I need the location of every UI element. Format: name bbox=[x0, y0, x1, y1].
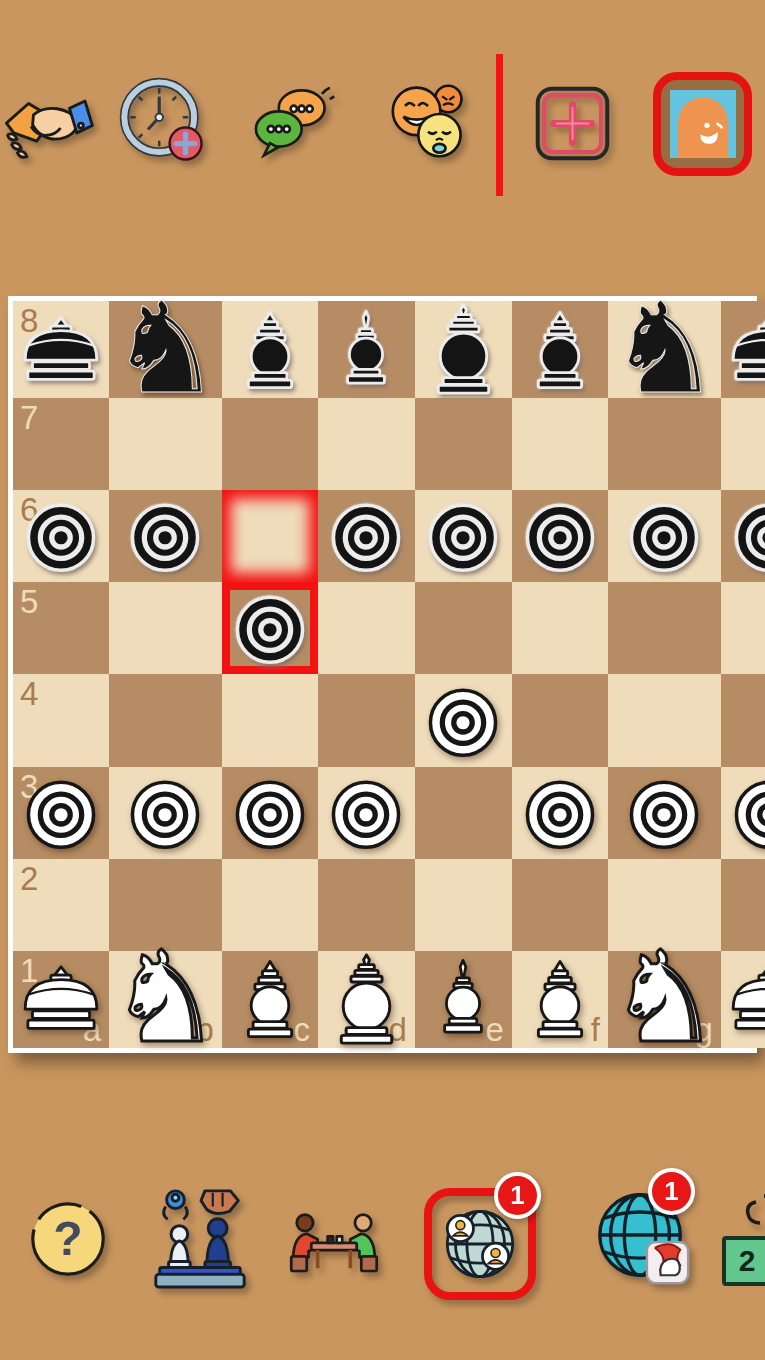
chat-button[interactable] bbox=[248, 78, 336, 166]
plus-icon bbox=[533, 84, 612, 163]
piece-white-bia[interactable] bbox=[620, 769, 708, 857]
two-people-at-table-icon bbox=[284, 1194, 384, 1288]
square-a8[interactable]: 8 bbox=[13, 301, 109, 398]
rank-label-4: 4 bbox=[20, 677, 38, 710]
add-time-button[interactable] bbox=[116, 70, 210, 172]
piece-white-ma[interactable]: ♞ bbox=[109, 955, 222, 1043]
square-c7[interactable] bbox=[222, 398, 318, 490]
square-g5[interactable] bbox=[608, 582, 721, 674]
piece-white-bia[interactable] bbox=[516, 769, 604, 857]
piece-black-met[interactable] bbox=[320, 304, 412, 396]
square-c5[interactable] bbox=[222, 582, 318, 674]
piece-black-khon[interactable] bbox=[222, 303, 318, 397]
square-h1[interactable]: h bbox=[721, 951, 765, 1048]
emotes-button[interactable] bbox=[384, 74, 472, 168]
svg-text:?: ? bbox=[53, 1212, 82, 1265]
square-d4[interactable] bbox=[318, 674, 415, 766]
rank-label-2: 2 bbox=[20, 862, 38, 895]
board: 8♞♞7654321ab♞cdefg♞h bbox=[8, 296, 757, 1053]
square-c8[interactable] bbox=[222, 301, 318, 398]
square-d3[interactable] bbox=[318, 767, 415, 859]
square-h6[interactable] bbox=[721, 490, 765, 582]
piece-black-khun[interactable] bbox=[415, 301, 512, 398]
piece-black-bia[interactable] bbox=[121, 492, 209, 580]
square-b4[interactable] bbox=[109, 674, 222, 766]
square-c1[interactable]: c bbox=[222, 951, 318, 1048]
square-d5[interactable] bbox=[318, 582, 415, 674]
online-game-badge: 1 bbox=[648, 1168, 695, 1215]
piece-black-rua[interactable] bbox=[721, 304, 765, 396]
piece-white-khon[interactable] bbox=[222, 952, 318, 1046]
piece-black-ma[interactable]: ♞ bbox=[109, 306, 222, 394]
square-e7[interactable] bbox=[415, 398, 512, 490]
square-h2[interactable] bbox=[721, 859, 765, 951]
piece-white-rua[interactable] bbox=[13, 953, 109, 1045]
piece-white-khun[interactable] bbox=[318, 951, 415, 1048]
square-h5[interactable] bbox=[721, 582, 765, 674]
avatar-blob-icon bbox=[670, 90, 736, 158]
square-f4[interactable] bbox=[512, 674, 608, 766]
square-h3[interactable] bbox=[721, 767, 765, 859]
toolbar-divider bbox=[496, 54, 503, 196]
play-vs-computer-button[interactable] bbox=[146, 1180, 254, 1294]
offer-draw-button[interactable] bbox=[4, 86, 94, 170]
square-f6[interactable] bbox=[512, 490, 608, 582]
piece-white-rua[interactable] bbox=[721, 953, 765, 1045]
piece-black-bia[interactable] bbox=[17, 492, 105, 580]
piece-white-ma[interactable]: ♞ bbox=[608, 955, 721, 1043]
piece-white-bia[interactable] bbox=[226, 769, 314, 857]
square-d1[interactable]: d bbox=[318, 951, 415, 1048]
square-e8[interactable] bbox=[415, 301, 512, 398]
piece-black-bia[interactable] bbox=[226, 584, 314, 672]
square-h8[interactable] bbox=[721, 301, 765, 398]
square-b3[interactable] bbox=[109, 767, 222, 859]
piece-black-bia[interactable] bbox=[419, 492, 507, 580]
piece-black-bia[interactable] bbox=[620, 492, 708, 580]
piece-white-bia[interactable] bbox=[322, 769, 410, 857]
square-a5[interactable]: 5 bbox=[13, 582, 109, 674]
square-g1[interactable]: g♞ bbox=[608, 951, 721, 1048]
square-c2[interactable] bbox=[222, 859, 318, 951]
square-b6[interactable] bbox=[109, 490, 222, 582]
piece-white-bia[interactable] bbox=[17, 769, 105, 857]
square-f1[interactable]: f bbox=[512, 951, 608, 1048]
square-d7[interactable] bbox=[318, 398, 415, 490]
piece-white-khon[interactable] bbox=[512, 952, 608, 1046]
avatar bbox=[670, 90, 736, 158]
square-d8[interactable] bbox=[318, 301, 415, 398]
square-d2[interactable] bbox=[318, 859, 415, 951]
chat-bubbles-icon bbox=[248, 78, 336, 166]
square-c6[interactable] bbox=[222, 490, 318, 582]
badge-count: 1 bbox=[510, 1180, 524, 1211]
piece-black-bia[interactable] bbox=[516, 492, 604, 580]
square-c3[interactable] bbox=[222, 767, 318, 859]
square-e3[interactable] bbox=[415, 767, 512, 859]
piece-black-rua[interactable] bbox=[13, 304, 109, 396]
square-f7[interactable] bbox=[512, 398, 608, 490]
piece-black-ma[interactable]: ♞ bbox=[608, 306, 721, 394]
rank-label-7: 7 bbox=[20, 401, 38, 434]
square-b8[interactable]: ♞ bbox=[109, 301, 222, 398]
square-d6[interactable] bbox=[318, 490, 415, 582]
square-h7[interactable] bbox=[721, 398, 765, 490]
badge-count: 1 bbox=[664, 1176, 678, 1207]
piece-white-bia[interactable] bbox=[725, 769, 765, 857]
piece-black-bia[interactable] bbox=[725, 492, 765, 580]
square-g3[interactable] bbox=[608, 767, 721, 859]
square-g6[interactable] bbox=[608, 490, 721, 582]
player-avatar-button[interactable] bbox=[653, 72, 752, 176]
piece-black-khon[interactable] bbox=[512, 303, 608, 397]
square-a7[interactable]: 7 bbox=[13, 398, 109, 490]
handshake-icon bbox=[4, 86, 94, 170]
square-e1[interactable]: e bbox=[415, 951, 512, 1048]
piece-white-met[interactable] bbox=[417, 953, 509, 1045]
robot-vs-human-board-icon bbox=[146, 1180, 254, 1294]
piece-black-bia[interactable] bbox=[322, 492, 410, 580]
emotes-faces-icon bbox=[384, 74, 472, 168]
square-h4[interactable] bbox=[721, 674, 765, 766]
square-f8[interactable] bbox=[512, 301, 608, 398]
square-a1[interactable]: 1a bbox=[13, 951, 109, 1048]
help-button[interactable]: ? bbox=[28, 1198, 108, 1280]
square-c4[interactable] bbox=[222, 674, 318, 766]
square-e4[interactable] bbox=[415, 674, 512, 766]
square-a4[interactable]: 4 bbox=[13, 674, 109, 766]
square-e2[interactable] bbox=[415, 859, 512, 951]
square-a2[interactable]: 2 bbox=[13, 859, 109, 951]
piece-white-bia[interactable] bbox=[419, 677, 507, 765]
podium-rank-tile: 2 bbox=[722, 1236, 765, 1286]
square-e6[interactable] bbox=[415, 490, 512, 582]
add-new-button[interactable] bbox=[533, 84, 612, 163]
rank-label-5: 5 bbox=[20, 585, 38, 618]
square-g8[interactable]: ♞ bbox=[608, 301, 721, 398]
square-a3[interactable]: 3 bbox=[13, 767, 109, 859]
square-b5[interactable] bbox=[109, 582, 222, 674]
add-time-clock-icon bbox=[116, 70, 210, 172]
square-e5[interactable] bbox=[415, 582, 512, 674]
square-b1[interactable]: b♞ bbox=[109, 951, 222, 1048]
podium-rank-number: 2 bbox=[739, 1244, 756, 1278]
local-two-player-button[interactable] bbox=[284, 1194, 384, 1288]
square-f2[interactable] bbox=[512, 859, 608, 951]
square-f3[interactable] bbox=[512, 767, 608, 859]
question-mark-icon: ? bbox=[28, 1198, 108, 1280]
online-players-badge: 1 bbox=[494, 1172, 541, 1219]
square-g4[interactable] bbox=[608, 674, 721, 766]
piece-white-bia[interactable] bbox=[121, 769, 209, 857]
square-f5[interactable] bbox=[512, 582, 608, 674]
square-a6[interactable]: 6 bbox=[13, 490, 109, 582]
